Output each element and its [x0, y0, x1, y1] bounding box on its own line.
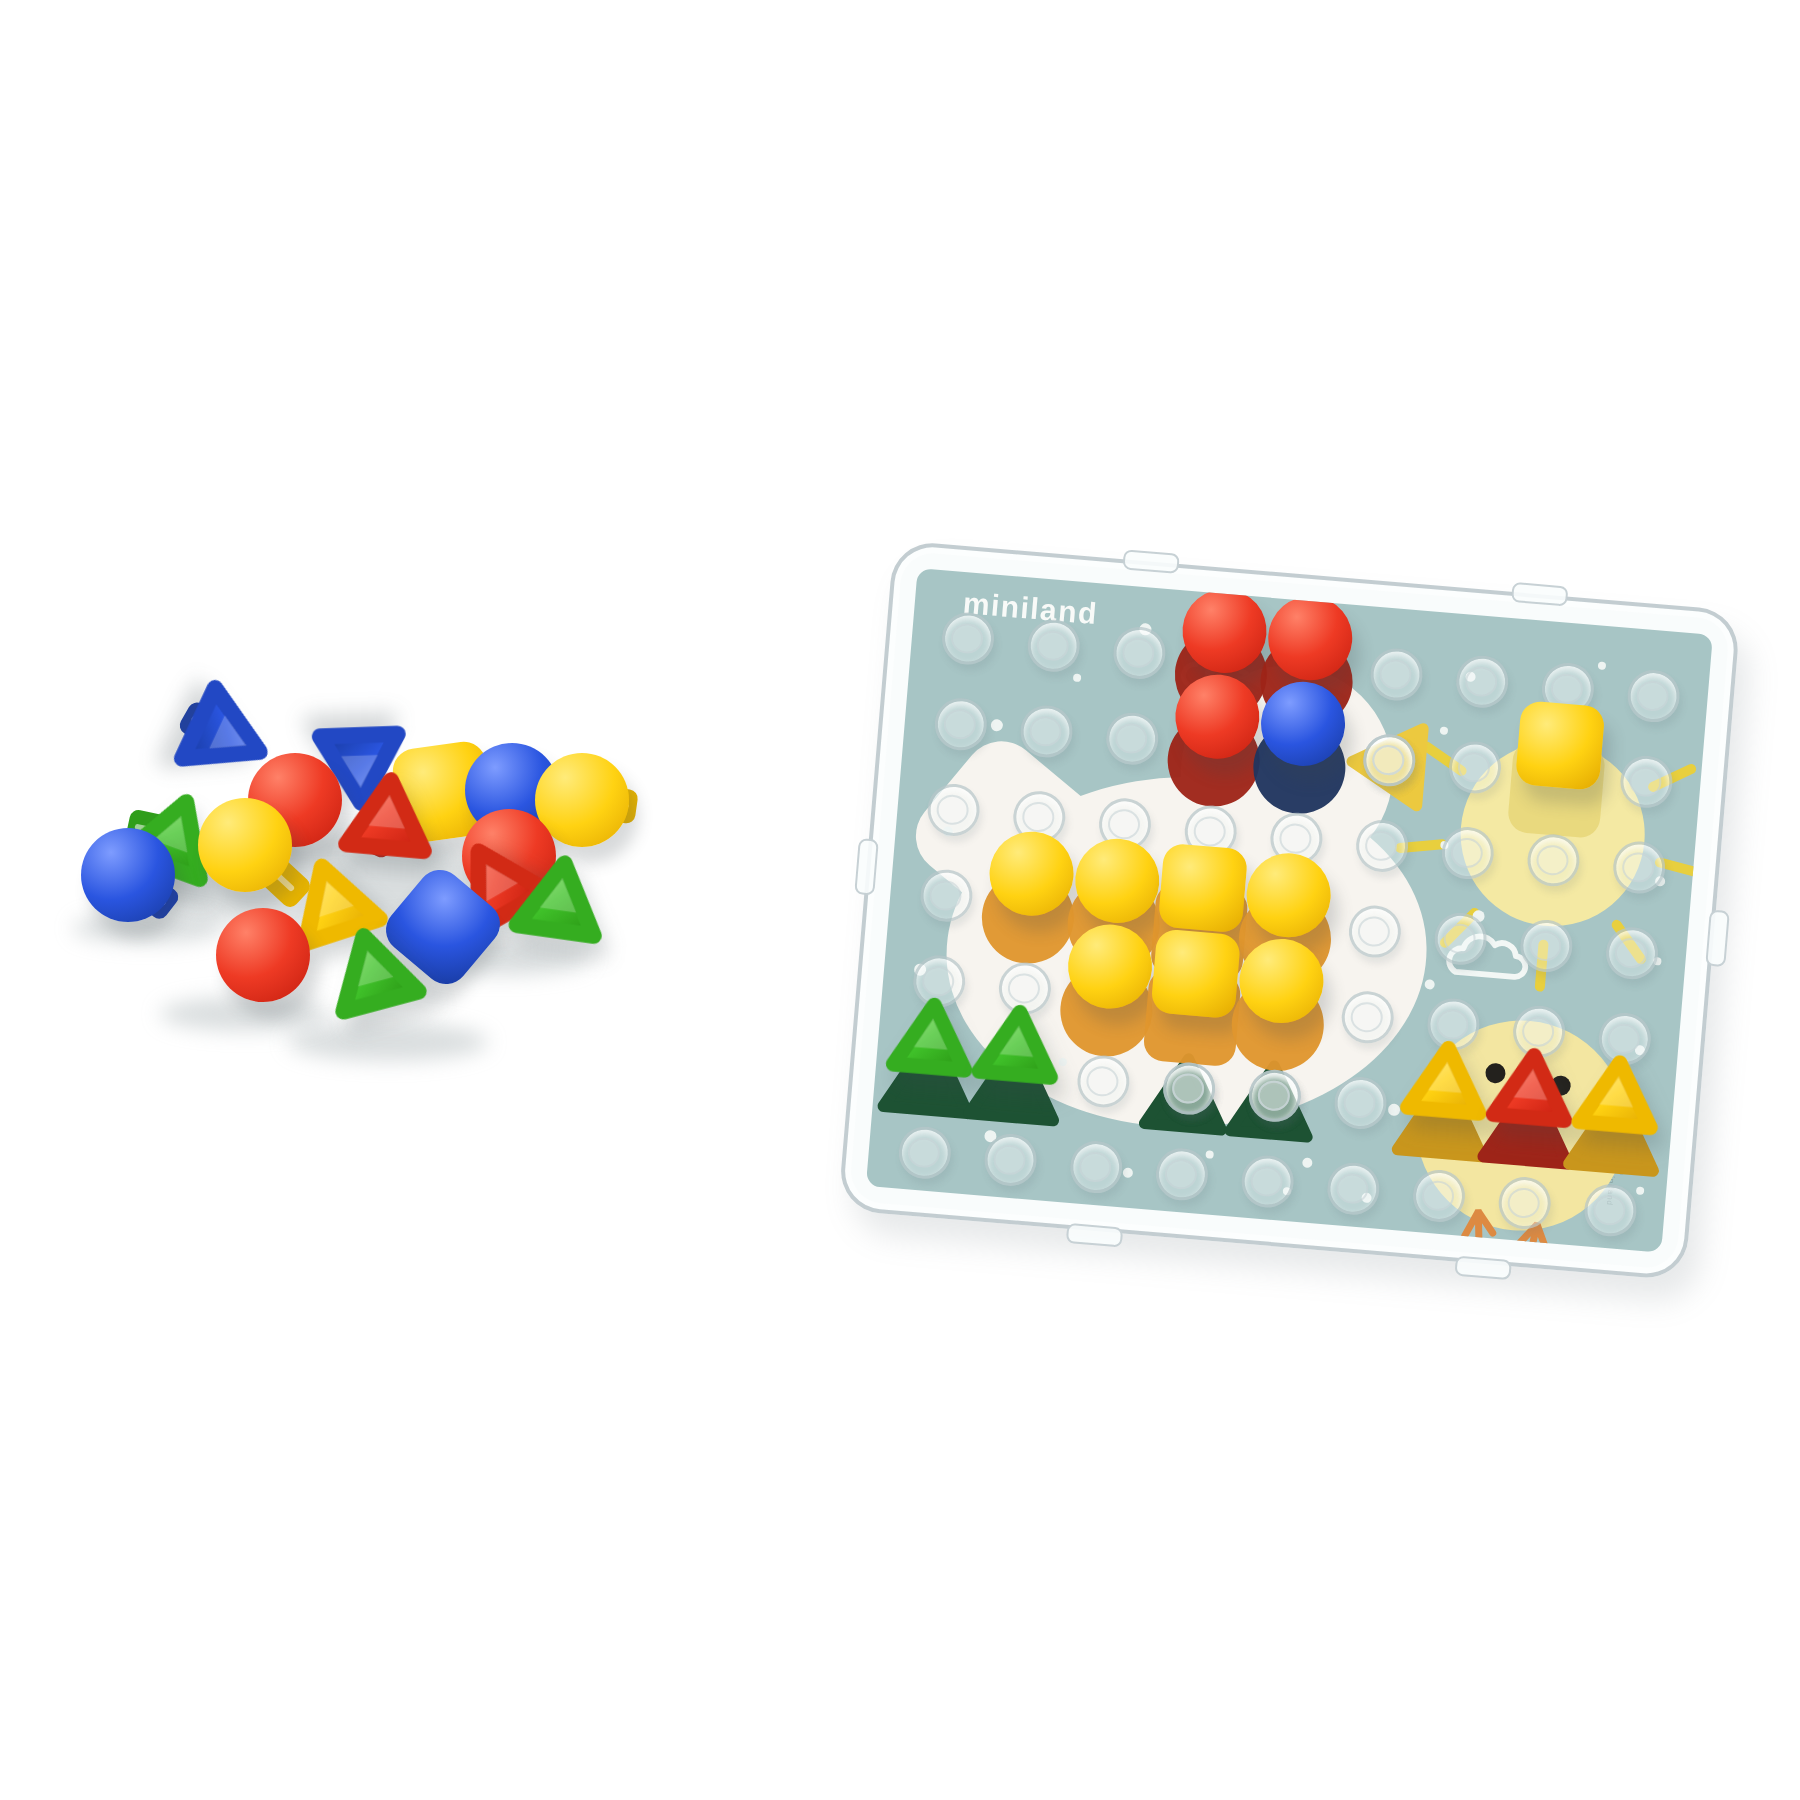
- card-dot-print: [1302, 1157, 1313, 1168]
- card-dot-print: [1205, 1150, 1214, 1159]
- board-hole-rim: [1528, 930, 1562, 963]
- board-hole-rim: [1464, 665, 1498, 698]
- card-dot-print: [1424, 979, 1435, 990]
- board-hole-rim: [1614, 937, 1648, 970]
- board-hole-rim: [928, 879, 962, 912]
- product-photo-scene: miniland 0327 A18 © miniland: [0, 0, 1800, 1800]
- pile-soft-shadow: [288, 1023, 488, 1061]
- board-hole-rim: [1364, 830, 1398, 863]
- board-hole-rim: [1535, 844, 1569, 877]
- board-hole-rim: [1635, 680, 1669, 713]
- square-cap: [1158, 843, 1249, 934]
- board-hole-rim: [992, 1144, 1026, 1177]
- board-hole-rim: [950, 622, 984, 655]
- board-hole-rim: [1028, 715, 1062, 748]
- board-hole-rim: [1278, 822, 1312, 855]
- board-hole-rim: [1592, 1194, 1626, 1227]
- board-hole-rim: [1249, 1165, 1283, 1198]
- circle-cap: [216, 908, 310, 1002]
- card-dot-print: [1636, 1186, 1645, 1195]
- board-hole-rim: [1164, 1158, 1198, 1191]
- board-hole-rim: [1628, 765, 1662, 798]
- board-hole-rim: [1457, 751, 1491, 784]
- card-dot-print: [1440, 726, 1449, 735]
- square-cap: [1515, 700, 1606, 791]
- pile-soft-shadow: [160, 997, 330, 1031]
- board-hole-rim: [1350, 1001, 1384, 1034]
- board-hole-rim: [1342, 1087, 1376, 1120]
- board-hole-rim: [943, 708, 977, 741]
- tray-clip-tab: [1066, 1223, 1123, 1248]
- activity-card-hen: miniland 0327 A18 © miniland: [866, 568, 1713, 1253]
- board-hole-rim: [1550, 673, 1584, 706]
- board-hole-rim: [1507, 1187, 1541, 1220]
- tray-clip-tab: [1454, 1256, 1511, 1281]
- card-dot-print: [1598, 661, 1607, 670]
- board-hole-rim: [1021, 801, 1055, 834]
- board-hole-rim: [907, 1136, 941, 1169]
- board-hole-rim: [1121, 637, 1155, 670]
- card-dot-print: [1122, 1167, 1133, 1178]
- board-hole-rim: [1357, 915, 1391, 948]
- pegboard-tray: miniland 0327 A18 © miniland: [838, 540, 1741, 1281]
- board-hole-rim: [1078, 1151, 1112, 1184]
- board-hole-rim: [1621, 851, 1655, 884]
- board-hole-rim: [1371, 744, 1405, 777]
- board-hole-rim: [935, 794, 969, 827]
- board-hole-rim: [1036, 629, 1070, 662]
- board-hole-rim: [1421, 1180, 1455, 1213]
- card-dot-print: [990, 719, 1003, 732]
- board-hole-rim: [1171, 1072, 1205, 1105]
- square-cap: [1150, 928, 1241, 1019]
- card-dot-print: [1073, 673, 1082, 682]
- board-hole-rim: [1114, 722, 1148, 755]
- board-hole-rim: [1450, 837, 1484, 870]
- tray-clip-tab: [1705, 910, 1730, 967]
- board-hole-rim: [1107, 808, 1141, 841]
- board-hole-rim: [1257, 1079, 1291, 1112]
- board-hole-rim: [1335, 1172, 1369, 1205]
- board-hole-rim: [1085, 1065, 1119, 1098]
- board-hole-rim: [1442, 922, 1476, 955]
- board-hole-rim: [1193, 815, 1227, 848]
- board-hole-rim: [1378, 658, 1412, 691]
- circle-cap: [81, 828, 175, 922]
